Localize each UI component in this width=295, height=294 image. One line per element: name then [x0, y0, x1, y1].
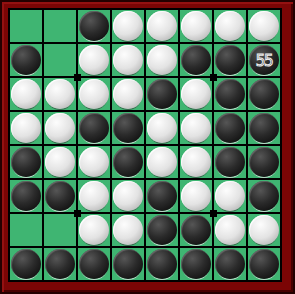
white-disc-e2: [147, 45, 177, 75]
square-e6[interactable]: [146, 180, 178, 212]
square-b8[interactable]: [44, 248, 76, 280]
black-disc-g3: [215, 79, 245, 109]
black-disc-e7: [147, 215, 177, 245]
square-f7[interactable]: [180, 214, 212, 246]
black-disc-h3: [249, 79, 279, 109]
square-b1[interactable]: [44, 10, 76, 42]
white-disc-h1: [249, 11, 279, 41]
last-move-number-label: 55: [249, 45, 279, 75]
square-f5[interactable]: [180, 146, 212, 178]
black-disc-a8: [11, 249, 41, 279]
square-f8[interactable]: [180, 248, 212, 280]
black-disc-g4: [215, 113, 245, 143]
white-disc-c7: [79, 215, 109, 245]
square-h6[interactable]: [248, 180, 280, 212]
square-d6[interactable]: [112, 180, 144, 212]
black-disc-f7: [181, 215, 211, 245]
black-disc-b6: [45, 181, 75, 211]
square-h1[interactable]: [248, 10, 280, 42]
black-disc-a5: [11, 147, 41, 177]
square-c5[interactable]: [78, 146, 110, 178]
square-f1[interactable]: [180, 10, 212, 42]
square-e1[interactable]: [146, 10, 178, 42]
white-disc-b3: [45, 79, 75, 109]
white-disc-d2: [113, 45, 143, 75]
star-point: [74, 74, 81, 81]
square-d8[interactable]: [112, 248, 144, 280]
square-h7[interactable]: [248, 214, 280, 246]
square-f6[interactable]: [180, 180, 212, 212]
white-disc-a3: [11, 79, 41, 109]
white-disc-d6: [113, 181, 143, 211]
square-f3[interactable]: [180, 78, 212, 110]
square-a2[interactable]: [10, 44, 42, 76]
square-e2[interactable]: [146, 44, 178, 76]
black-disc-h5: [249, 147, 279, 177]
square-d4[interactable]: [112, 112, 144, 144]
black-disc-a2: [11, 45, 41, 75]
square-f2[interactable]: [180, 44, 212, 76]
star-point: [74, 210, 81, 217]
square-g4[interactable]: [214, 112, 246, 144]
square-b2[interactable]: [44, 44, 76, 76]
white-disc-f4: [181, 113, 211, 143]
star-point: [210, 74, 217, 81]
white-disc-f1: [181, 11, 211, 41]
square-g1[interactable]: [214, 10, 246, 42]
white-disc-f6: [181, 181, 211, 211]
white-disc-f5: [181, 147, 211, 177]
white-disc-e4: [147, 113, 177, 143]
black-disc-h4: [249, 113, 279, 143]
square-a3[interactable]: [10, 78, 42, 110]
star-point: [210, 210, 217, 217]
black-disc-g8: [215, 249, 245, 279]
black-disc-d5: [113, 147, 143, 177]
square-c4[interactable]: [78, 112, 110, 144]
square-e8[interactable]: [146, 248, 178, 280]
square-c2[interactable]: [78, 44, 110, 76]
black-disc-f8: [181, 249, 211, 279]
black-disc-d8: [113, 249, 143, 279]
square-b5[interactable]: [44, 146, 76, 178]
square-b7[interactable]: [44, 214, 76, 246]
square-h5[interactable]: [248, 146, 280, 178]
square-g5[interactable]: [214, 146, 246, 178]
black-disc-e8: [147, 249, 177, 279]
white-disc-c6: [79, 181, 109, 211]
white-disc-d1: [113, 11, 143, 41]
white-disc-h7: [249, 215, 279, 245]
white-disc-c5: [79, 147, 109, 177]
square-h4[interactable]: [248, 112, 280, 144]
square-g7[interactable]: [214, 214, 246, 246]
square-h3[interactable]: [248, 78, 280, 110]
square-a4[interactable]: [10, 112, 42, 144]
square-e7[interactable]: [146, 214, 178, 246]
square-d3[interactable]: [112, 78, 144, 110]
white-disc-d3: [113, 79, 143, 109]
square-g3[interactable]: [214, 78, 246, 110]
white-disc-g6: [215, 181, 245, 211]
square-e5[interactable]: [146, 146, 178, 178]
white-disc-d7: [113, 215, 143, 245]
black-disc-h2: 55: [249, 45, 279, 75]
othello-board: 55: [8, 8, 282, 282]
square-a6[interactable]: [10, 180, 42, 212]
black-disc-h8: [249, 249, 279, 279]
square-c6[interactable]: [78, 180, 110, 212]
square-a5[interactable]: [10, 146, 42, 178]
black-disc-e3: [147, 79, 177, 109]
white-disc-g7: [215, 215, 245, 245]
square-h8[interactable]: [248, 248, 280, 280]
square-b6[interactable]: [44, 180, 76, 212]
white-disc-a4: [11, 113, 41, 143]
square-a8[interactable]: [10, 248, 42, 280]
square-h2[interactable]: 55: [248, 44, 280, 76]
black-disc-c1: [79, 11, 109, 41]
square-b3[interactable]: [44, 78, 76, 110]
black-disc-g5: [215, 147, 245, 177]
square-a1[interactable]: [10, 10, 42, 42]
board-frame: 55: [0, 0, 295, 294]
white-disc-c3: [79, 79, 109, 109]
square-e3[interactable]: [146, 78, 178, 110]
square-g2[interactable]: [214, 44, 246, 76]
square-c7[interactable]: [78, 214, 110, 246]
square-d7[interactable]: [112, 214, 144, 246]
white-disc-b5: [45, 147, 75, 177]
black-disc-c4: [79, 113, 109, 143]
square-g8[interactable]: [214, 248, 246, 280]
white-disc-e5: [147, 147, 177, 177]
square-a7[interactable]: [10, 214, 42, 246]
square-d1[interactable]: [112, 10, 144, 42]
black-disc-f2: [181, 45, 211, 75]
white-disc-c2: [79, 45, 109, 75]
black-disc-d4: [113, 113, 143, 143]
square-d5[interactable]: [112, 146, 144, 178]
white-disc-f3: [181, 79, 211, 109]
square-c8[interactable]: [78, 248, 110, 280]
black-disc-a6: [11, 181, 41, 211]
black-disc-c8: [79, 249, 109, 279]
square-b4[interactable]: [44, 112, 76, 144]
black-disc-g2: [215, 45, 245, 75]
square-f4[interactable]: [180, 112, 212, 144]
black-disc-b8: [45, 249, 75, 279]
black-disc-h6: [249, 181, 279, 211]
black-disc-e6: [147, 181, 177, 211]
white-disc-b4: [45, 113, 75, 143]
square-c3[interactable]: [78, 78, 110, 110]
white-disc-e1: [147, 11, 177, 41]
square-d2[interactable]: [112, 44, 144, 76]
square-g6[interactable]: [214, 180, 246, 212]
white-disc-g1: [215, 11, 245, 41]
square-e4[interactable]: [146, 112, 178, 144]
square-c1[interactable]: [78, 10, 110, 42]
